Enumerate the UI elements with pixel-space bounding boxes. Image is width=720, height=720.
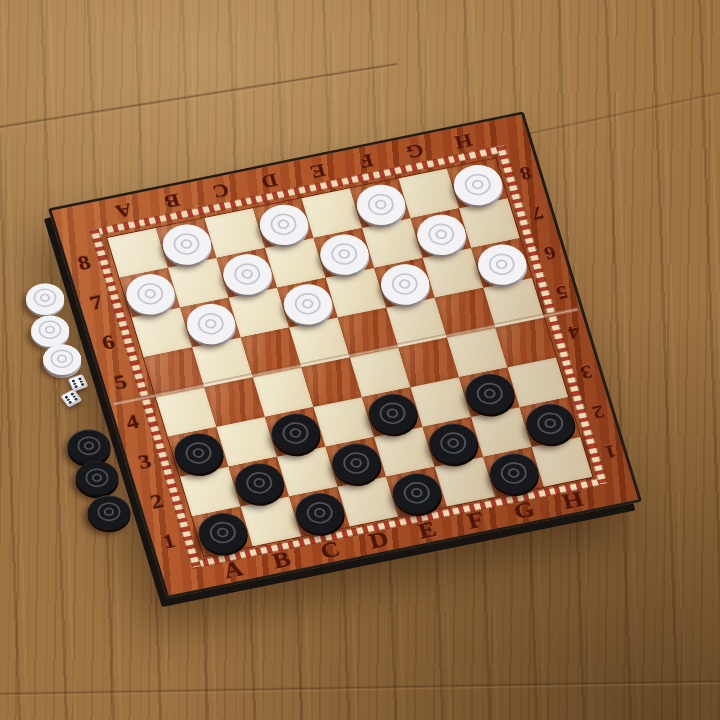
- square-a1[interactable]: ●◎: [192, 506, 253, 556]
- checker-disc-glyph: ●: [273, 270, 342, 331]
- square-h6[interactable]: ●◎: [471, 238, 532, 288]
- wood-grain-seam: [0, 680, 720, 698]
- square-c1[interactable]: ●◎: [289, 487, 350, 537]
- checker-disc-glyph: ●: [187, 499, 256, 560]
- checker-disc-glyph: ●: [382, 459, 451, 520]
- square-e1[interactable]: ●◎: [386, 467, 447, 517]
- checker-disc-glyph: ●: [479, 439, 548, 500]
- square-g1[interactable]: ●◎: [483, 447, 544, 497]
- checker-black[interactable]: ●◎: [82, 490, 136, 533]
- checker-disc-glyph: ●: [40, 336, 84, 376]
- die-pip: [81, 383, 84, 386]
- square-f6[interactable]: ●◎: [374, 258, 435, 308]
- checker-disc-glyph: ●: [163, 419, 232, 480]
- checker-disc-glyph: ●: [85, 487, 134, 532]
- die-face-6[interactable]: [60, 389, 82, 408]
- checker-disc-glyph: ●: [370, 250, 439, 311]
- die-pip: [74, 398, 78, 401]
- checker-disc-glyph: ●: [115, 260, 184, 321]
- checker-disc-glyph: ●: [176, 290, 245, 351]
- square-a3[interactable]: ●◎: [168, 427, 229, 477]
- wood-table-background: ABCDEFGH ABCDEFGH 87654321 87654321 ●◎●◎…: [0, 0, 720, 720]
- square-b6[interactable]: ●◎: [180, 298, 241, 348]
- die-pip-cell: [80, 382, 84, 386]
- checker-disc-glyph: ●: [467, 230, 536, 291]
- square-d6[interactable]: ●◎: [277, 278, 338, 328]
- checker-disc-glyph: ●: [285, 479, 354, 540]
- wood-grain-seam: [0, 62, 398, 134]
- square-a7[interactable]: ●◎: [120, 268, 181, 318]
- die-pip-cell: [74, 397, 79, 401]
- off-board-black-stack: ●◎●◎●◎: [60, 424, 146, 552]
